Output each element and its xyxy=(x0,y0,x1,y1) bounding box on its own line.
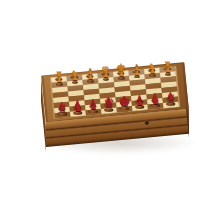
pawn-glyph: ♟ xyxy=(103,72,109,79)
knight-glyph: ♞ xyxy=(151,95,160,106)
knight-glyph: ♞ xyxy=(73,102,82,113)
pawn-glyph: ♟ xyxy=(72,75,78,82)
pawn-glyph: ♟ xyxy=(56,77,62,84)
pawn-glyph: ♟ xyxy=(149,68,155,75)
bishop-glyph: ♝ xyxy=(135,96,145,107)
product-photo: ◆ ♜♞♝♛♚♝♞♜♟♟♟♟♟♟♟♟♟♟♟♟♟♟♟♟♜♞♝♛♚♝♞♜ xyxy=(0,0,220,200)
pawn-glyph: ♟ xyxy=(118,71,124,78)
pawn-glyph: ♟ xyxy=(134,70,140,77)
rook-glyph: ♜ xyxy=(58,104,67,114)
bishop-glyph: ♝ xyxy=(89,100,99,111)
king-glyph: ♚ xyxy=(118,95,130,109)
rook-glyph: ♜ xyxy=(166,94,175,104)
pieces-layer: ♜♞♝♛♚♝♞♜♟♟♟♟♟♟♟♟♟♟♟♟♟♟♟♟♜♞♝♛♚♝♞♜ xyxy=(0,0,220,200)
pawn-glyph: ♟ xyxy=(165,67,171,74)
queen-glyph: ♛ xyxy=(103,97,114,110)
pawn-glyph: ♟ xyxy=(87,74,93,81)
